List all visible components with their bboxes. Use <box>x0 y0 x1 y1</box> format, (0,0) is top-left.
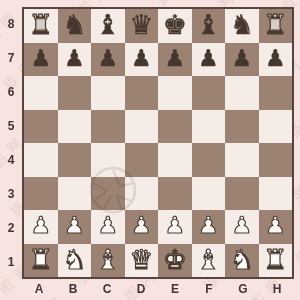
square-f2[interactable]: ♟ <box>192 210 226 244</box>
white-pawn[interactable]: ♟ <box>231 214 252 237</box>
square-b4[interactable] <box>58 143 92 177</box>
square-b5[interactable] <box>58 110 92 144</box>
square-h2[interactable]: ♟ <box>259 210 293 244</box>
file-label-e: E <box>158 277 192 300</box>
file-label-g: G <box>226 277 260 300</box>
square-f1[interactable]: ♝ <box>192 244 226 278</box>
square-g3[interactable] <box>225 177 259 211</box>
white-bishop[interactable]: ♝ <box>96 246 120 273</box>
square-a5[interactable] <box>24 110 58 144</box>
white-king[interactable]: ♚ <box>163 246 187 273</box>
chess-diagram: 摄图网 摄图网 摄图网 摄图网 摄图网 摄图网 摄图网 摄图网 摄图网 摄图网 … <box>0 0 300 300</box>
square-e1[interactable]: ♚ <box>158 244 192 278</box>
square-b3[interactable] <box>58 177 92 211</box>
square-b1[interactable]: ♞ <box>58 244 92 278</box>
black-pawn[interactable]: ♟ <box>231 47 252 70</box>
square-a7[interactable]: ♟ <box>24 43 58 77</box>
black-rook[interactable]: ♜ <box>263 11 287 38</box>
square-g5[interactable] <box>225 110 259 144</box>
square-d5[interactable] <box>125 110 159 144</box>
rank-label-8: 8 <box>0 7 22 41</box>
white-rook[interactable]: ♜ <box>29 246 53 273</box>
rank-label-5: 5 <box>0 109 22 143</box>
file-label-a: A <box>22 277 56 300</box>
square-e5[interactable] <box>158 110 192 144</box>
white-pawn[interactable]: ♟ <box>131 214 152 237</box>
black-pawn[interactable]: ♟ <box>30 47 51 70</box>
white-queen[interactable]: ♛ <box>129 246 153 273</box>
file-label-c: C <box>90 277 124 300</box>
square-h3[interactable] <box>259 177 293 211</box>
black-bishop[interactable]: ♝ <box>96 11 120 38</box>
white-pawn[interactable]: ♟ <box>30 214 51 237</box>
square-a2[interactable]: ♟ <box>24 210 58 244</box>
file-label-h: H <box>260 277 294 300</box>
file-label-b: B <box>56 277 90 300</box>
black-queen[interactable]: ♛ <box>129 11 153 38</box>
square-b8[interactable]: ♞ <box>58 9 92 43</box>
black-knight[interactable]: ♞ <box>62 11 86 38</box>
square-h4[interactable] <box>259 143 293 177</box>
square-f6[interactable] <box>192 76 226 110</box>
black-pawn[interactable]: ♟ <box>131 47 152 70</box>
square-e4[interactable] <box>158 143 192 177</box>
square-f7[interactable]: ♟ <box>192 43 226 77</box>
square-e8[interactable]: ♚ <box>158 9 192 43</box>
square-e3[interactable] <box>158 177 192 211</box>
white-rook[interactable]: ♜ <box>263 246 287 273</box>
white-knight[interactable]: ♞ <box>62 246 86 273</box>
square-b6[interactable] <box>58 76 92 110</box>
file-label-f: F <box>192 277 226 300</box>
square-g1[interactable]: ♞ <box>225 244 259 278</box>
square-a8[interactable]: ♜ <box>24 9 58 43</box>
square-a4[interactable] <box>24 143 58 177</box>
rank-label-6: 6 <box>0 75 22 109</box>
square-d6[interactable] <box>125 76 159 110</box>
square-d4[interactable] <box>125 143 159 177</box>
square-a6[interactable] <box>24 76 58 110</box>
square-c8[interactable]: ♝ <box>91 9 125 43</box>
square-g8[interactable]: ♞ <box>225 9 259 43</box>
square-c1[interactable]: ♝ <box>91 244 125 278</box>
black-bishop[interactable]: ♝ <box>196 11 220 38</box>
square-d3[interactable] <box>125 177 159 211</box>
square-g4[interactable] <box>225 143 259 177</box>
black-pawn[interactable]: ♟ <box>265 47 286 70</box>
square-e6[interactable] <box>158 76 192 110</box>
square-d2[interactable]: ♟ <box>125 210 159 244</box>
square-b7[interactable]: ♟ <box>58 43 92 77</box>
black-rook[interactable]: ♜ <box>29 11 53 38</box>
black-king[interactable]: ♚ <box>163 11 187 38</box>
chess-board: ♜♞♝♛♚♝♞♜♟♟♟♟♟♟♟♟♟♟♟♟♟♟♟♟♜♞♝♛♚♝♞♜ <box>22 7 294 279</box>
square-c3[interactable] <box>91 177 125 211</box>
square-d7[interactable]: ♟ <box>125 43 159 77</box>
square-h5[interactable] <box>259 110 293 144</box>
square-b2[interactable]: ♟ <box>58 210 92 244</box>
black-knight[interactable]: ♞ <box>230 11 254 38</box>
square-g7[interactable]: ♟ <box>225 43 259 77</box>
file-label-d: D <box>124 277 158 300</box>
square-c2[interactable]: ♟ <box>91 210 125 244</box>
rank-label-7: 7 <box>0 41 22 75</box>
square-c4[interactable] <box>91 143 125 177</box>
rank-label-1: 1 <box>0 245 22 279</box>
rank-label-3: 3 <box>0 177 22 211</box>
white-pawn[interactable]: ♟ <box>64 214 85 237</box>
square-f5[interactable] <box>192 110 226 144</box>
square-e2[interactable]: ♟ <box>158 210 192 244</box>
square-a3[interactable] <box>24 177 58 211</box>
square-h8[interactable]: ♜ <box>259 9 293 43</box>
white-pawn[interactable]: ♟ <box>97 214 118 237</box>
square-d1[interactable]: ♛ <box>125 244 159 278</box>
file-labels: ABCDEFGH <box>22 277 294 300</box>
square-f4[interactable] <box>192 143 226 177</box>
white-pawn[interactable]: ♟ <box>265 214 286 237</box>
black-pawn[interactable]: ♟ <box>164 47 185 70</box>
rank-label-4: 4 <box>0 143 22 177</box>
square-d8[interactable]: ♛ <box>125 9 159 43</box>
square-c5[interactable] <box>91 110 125 144</box>
square-h1[interactable]: ♜ <box>259 244 293 278</box>
white-bishop[interactable]: ♝ <box>196 246 220 273</box>
square-f3[interactable] <box>192 177 226 211</box>
square-g6[interactable] <box>225 76 259 110</box>
square-h6[interactable] <box>259 76 293 110</box>
white-knight[interactable]: ♞ <box>230 246 254 273</box>
white-pawn[interactable]: ♟ <box>198 214 219 237</box>
square-f8[interactable]: ♝ <box>192 9 226 43</box>
black-pawn[interactable]: ♟ <box>64 47 85 70</box>
rank-labels: 87654321 <box>0 7 22 279</box>
square-c7[interactable]: ♟ <box>91 43 125 77</box>
square-a1[interactable]: ♜ <box>24 244 58 278</box>
square-e7[interactable]: ♟ <box>158 43 192 77</box>
black-pawn[interactable]: ♟ <box>97 47 118 70</box>
black-pawn[interactable]: ♟ <box>198 47 219 70</box>
rank-label-2: 2 <box>0 211 22 245</box>
white-pawn[interactable]: ♟ <box>164 214 185 237</box>
square-g2[interactable]: ♟ <box>225 210 259 244</box>
square-h7[interactable]: ♟ <box>259 43 293 77</box>
square-c6[interactable] <box>91 76 125 110</box>
